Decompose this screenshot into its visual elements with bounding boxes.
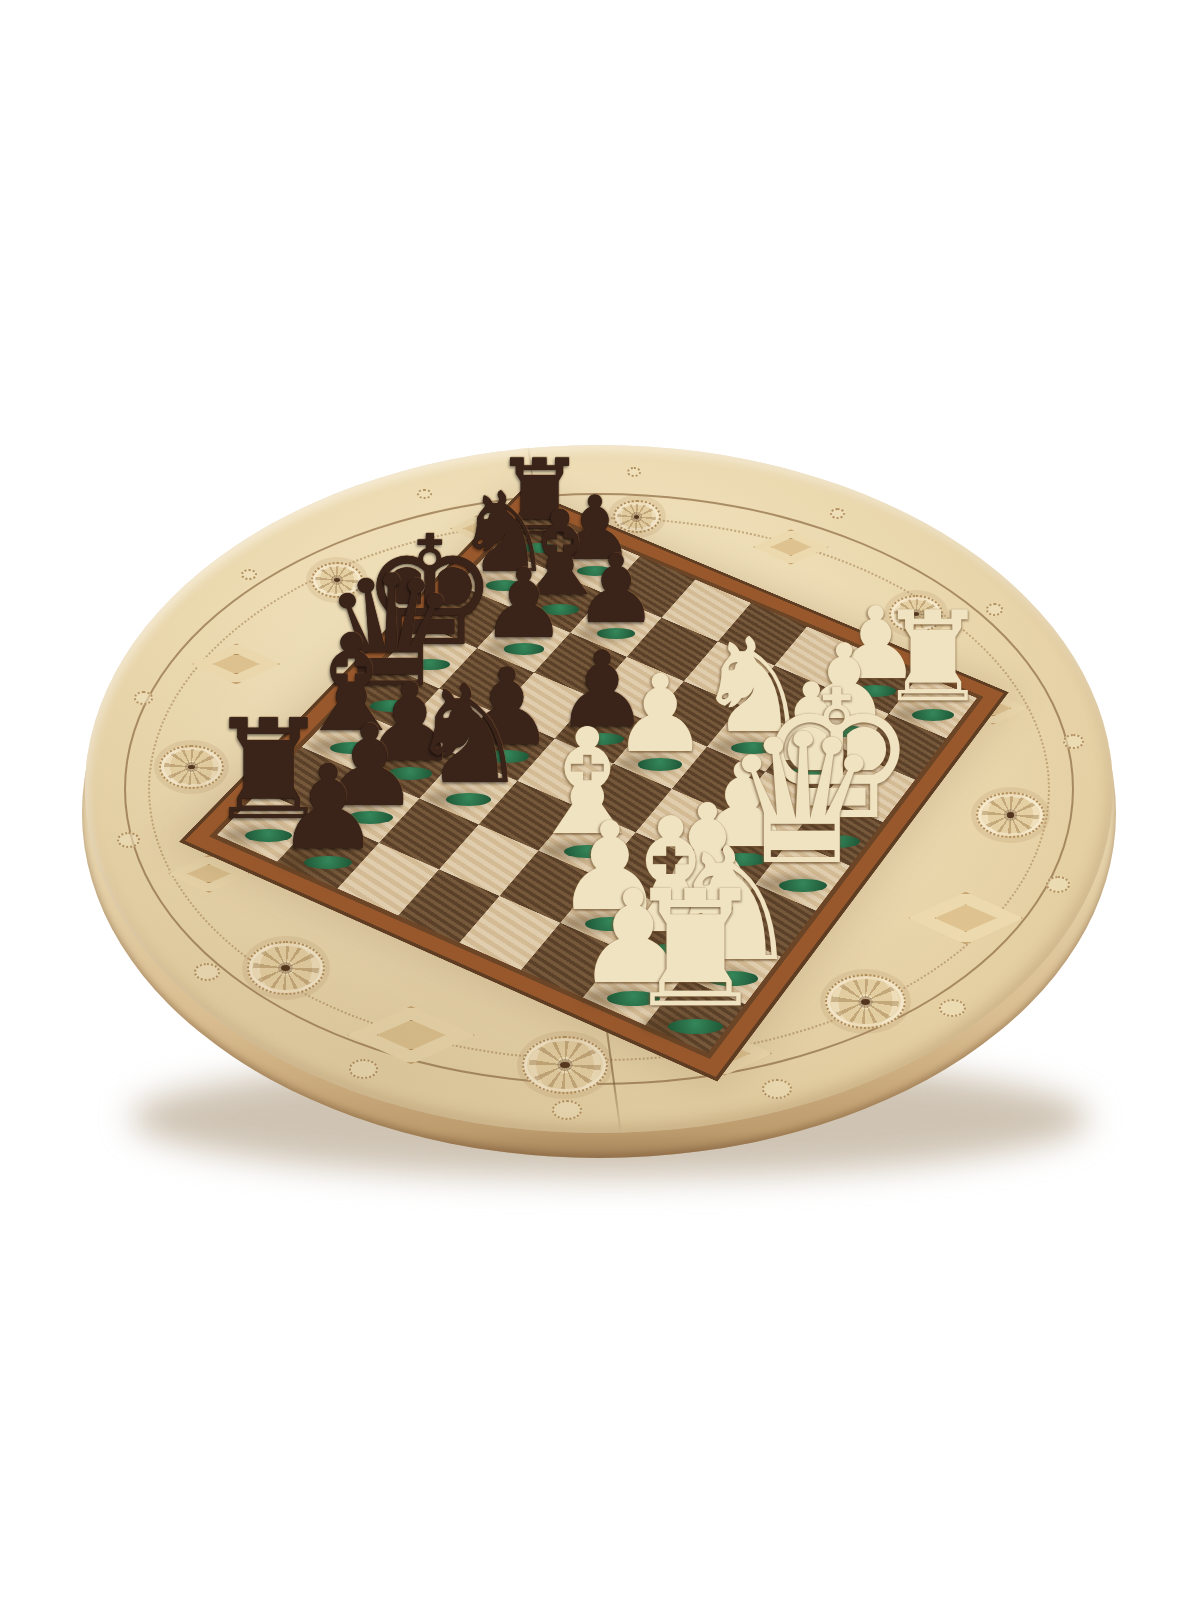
dot-circle-ornament xyxy=(194,963,221,981)
diamond-ornament xyxy=(753,529,829,564)
dot-circle-ornament xyxy=(552,1100,582,1120)
black-pawn-glyph: ♟ xyxy=(574,542,659,637)
rosette-ornament xyxy=(825,974,906,1029)
black-pawn-glyph: ♟ xyxy=(276,750,380,867)
dot-circle-ornament xyxy=(627,467,641,477)
dot-circle-ornament xyxy=(349,1059,378,1078)
product-photo-scene: ♜♝♛♚♞♜♟♟♟♟♝♟♞♟♟♟♝♟♟♞♟♝♟♟♟♟♟♜♞♛♚♜ xyxy=(0,0,1200,1600)
dot-circle-ornament xyxy=(241,569,258,581)
white-rook-glyph: ♜ xyxy=(623,871,767,1032)
rosette-ornament xyxy=(976,792,1044,838)
dot-circle-ornament xyxy=(134,691,154,705)
dot-circle-ornament xyxy=(939,999,966,1018)
dot-circle-ornament xyxy=(1046,876,1070,893)
dot-circle-ornament xyxy=(762,1079,791,1099)
rosette-ornament xyxy=(247,941,326,994)
diamond-ornament xyxy=(192,643,280,684)
diamond-ornament xyxy=(347,1006,474,1064)
rosette-ornament xyxy=(522,1036,607,1094)
black-knight-glyph: ♞ xyxy=(408,667,530,803)
dot-circle-ornament xyxy=(417,489,432,500)
dot-circle-ornament xyxy=(830,508,845,519)
diamond-ornament xyxy=(908,892,1023,945)
dot-circle-ornament xyxy=(117,832,140,848)
diamond-ornament xyxy=(168,855,250,893)
dot-circle-ornament xyxy=(1063,734,1084,748)
